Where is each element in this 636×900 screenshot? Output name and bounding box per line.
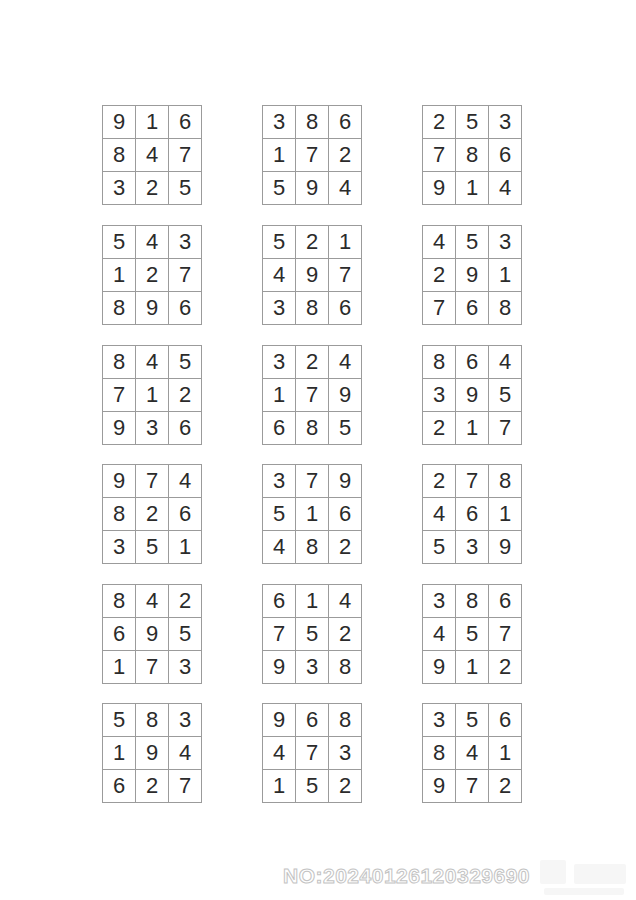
- grid-cell: 9: [136, 737, 168, 769]
- grid-cell: 7: [136, 651, 168, 683]
- grid-cell: 1: [329, 226, 361, 258]
- number-grid-10: 974826351: [102, 464, 202, 564]
- grid-cell: 5: [103, 226, 135, 258]
- number-grid-13: 842695173: [102, 584, 202, 684]
- grid-cell: 4: [136, 139, 168, 171]
- grid-cell: 2: [136, 770, 168, 802]
- grid-cell: 7: [263, 618, 295, 650]
- grid-cell: 3: [423, 379, 455, 411]
- grid-cell: 6: [329, 106, 361, 138]
- grid-cell: 5: [296, 770, 328, 802]
- serial-number: NO:20240126120329690: [283, 864, 530, 888]
- grid-cell: 1: [263, 139, 295, 171]
- grid-cell: 7: [169, 139, 201, 171]
- grid-cell: 5: [456, 226, 488, 258]
- grid-cell: 1: [456, 412, 488, 444]
- grid-cell: 7: [489, 412, 521, 444]
- grid-cell: 1: [489, 737, 521, 769]
- grid-cell: 3: [169, 651, 201, 683]
- grid-cell: 9: [103, 106, 135, 138]
- grid-cell: 6: [456, 292, 488, 324]
- number-grid-2: 386172594: [262, 105, 362, 205]
- number-grid-11: 379516482: [262, 464, 362, 564]
- grid-cell: 9: [263, 704, 295, 736]
- grid-cell: 3: [423, 704, 455, 736]
- grid-cell: 9: [263, 651, 295, 683]
- grid-cell: 7: [296, 379, 328, 411]
- grid-cell: 6: [103, 770, 135, 802]
- grid-cell: 2: [329, 770, 361, 802]
- grid-cell: 8: [329, 704, 361, 736]
- grid-cell: 5: [423, 531, 455, 563]
- grid-cell: 1: [136, 379, 168, 411]
- grid-cell: 9: [456, 259, 488, 291]
- grid-cell: 5: [263, 172, 295, 204]
- grid-cell: 2: [296, 346, 328, 378]
- grid-cell: 3: [263, 292, 295, 324]
- grid-cell: 4: [329, 585, 361, 617]
- watermark-glyph: [574, 864, 626, 884]
- watermark-glyph: [544, 888, 624, 895]
- grid-cell: 4: [136, 226, 168, 258]
- grid-cell: 1: [263, 379, 295, 411]
- grid-cell: 1: [169, 531, 201, 563]
- number-grid-4: 543127896: [102, 225, 202, 325]
- grid-cell: 6: [169, 106, 201, 138]
- grid-cell: 4: [329, 346, 361, 378]
- grid-cell: 6: [489, 585, 521, 617]
- number-grid-9: 864395217: [422, 345, 522, 445]
- number-grid-15: 386457912: [422, 584, 522, 684]
- grid-cell: 6: [489, 139, 521, 171]
- grid-cell: 9: [456, 379, 488, 411]
- grid-cell: 4: [263, 737, 295, 769]
- grid-cell: 7: [296, 139, 328, 171]
- number-grid-12: 278461539: [422, 464, 522, 564]
- grid-cell: 4: [329, 172, 361, 204]
- grid-cell: 3: [423, 585, 455, 617]
- grid-cell: 2: [329, 531, 361, 563]
- grid-cell: 9: [423, 770, 455, 802]
- number-grid-6: 453291768: [422, 225, 522, 325]
- grid-cell: 2: [489, 770, 521, 802]
- grid-cell: 1: [263, 770, 295, 802]
- grid-cell: 6: [169, 412, 201, 444]
- grid-cell: 3: [136, 412, 168, 444]
- grid-cell: 6: [296, 704, 328, 736]
- grid-cell: 7: [136, 465, 168, 497]
- grid-cell: 5: [329, 412, 361, 444]
- grid-cell: 9: [329, 465, 361, 497]
- grid-cell: 6: [329, 292, 361, 324]
- grid-cell: 7: [169, 770, 201, 802]
- grid-cell: 8: [456, 139, 488, 171]
- grid-cell: 4: [423, 226, 455, 258]
- grid-cell: 2: [423, 259, 455, 291]
- grid-cell: 4: [136, 585, 168, 617]
- grid-cell: 2: [423, 412, 455, 444]
- grid-cell: 1: [296, 585, 328, 617]
- grid-cell: 8: [423, 737, 455, 769]
- number-grid-1: 916847325: [102, 105, 202, 205]
- grid-cell: 5: [263, 226, 295, 258]
- grid-cell: 5: [456, 704, 488, 736]
- grid-cell: 8: [489, 292, 521, 324]
- grid-cell: 7: [456, 770, 488, 802]
- grid-cell: 7: [169, 259, 201, 291]
- grid-cell: 2: [489, 651, 521, 683]
- grid-cell: 1: [136, 106, 168, 138]
- grid-cell: 3: [263, 346, 295, 378]
- grid-cell: 7: [456, 465, 488, 497]
- grid-cell: 2: [136, 259, 168, 291]
- grid-cell: 5: [169, 172, 201, 204]
- grid-cell: 2: [169, 379, 201, 411]
- grid-cell: 9: [296, 172, 328, 204]
- grid-cell: 4: [423, 618, 455, 650]
- grid-cell: 9: [103, 465, 135, 497]
- grid-cell: 6: [263, 585, 295, 617]
- grid-cell: 9: [329, 379, 361, 411]
- grid-cell: 6: [329, 498, 361, 530]
- grid-cell: 8: [103, 498, 135, 530]
- number-grid-8: 324179685: [262, 345, 362, 445]
- grid-cell: 7: [423, 139, 455, 171]
- grid-cell: 8: [103, 139, 135, 171]
- grid-cell: 8: [489, 465, 521, 497]
- number-grid-16: 583194627: [102, 703, 202, 803]
- number-grid-18: 356841972: [422, 703, 522, 803]
- grid-cell: 2: [296, 226, 328, 258]
- grid-cell: 6: [169, 498, 201, 530]
- grid-cell: 2: [423, 465, 455, 497]
- grid-cell: 3: [263, 106, 295, 138]
- grid-cell: 5: [456, 106, 488, 138]
- grid-cell: 5: [103, 704, 135, 736]
- grid-cell: 6: [169, 292, 201, 324]
- grid-cell: 2: [329, 139, 361, 171]
- grid-cell: 6: [263, 412, 295, 444]
- grid-cell: 3: [169, 704, 201, 736]
- grid-cell: 5: [169, 618, 201, 650]
- grid-cell: 7: [103, 379, 135, 411]
- grid-cell: 3: [456, 531, 488, 563]
- grid-cell: 7: [296, 465, 328, 497]
- grid-cell: 9: [296, 259, 328, 291]
- grid-cell: 2: [169, 585, 201, 617]
- worksheet-page: 9168473253861725942537869145431278965214…: [0, 0, 636, 900]
- grid-cell: 4: [169, 737, 201, 769]
- grid-cell: 3: [489, 106, 521, 138]
- grid-cell: 8: [329, 651, 361, 683]
- grid-cell: 2: [329, 618, 361, 650]
- grid-cell: 1: [456, 172, 488, 204]
- grid-cell: 7: [489, 618, 521, 650]
- grid-cell: 4: [489, 172, 521, 204]
- grid-cell: 8: [103, 292, 135, 324]
- number-grid-17: 968473152: [262, 703, 362, 803]
- grid-cell: 8: [456, 585, 488, 617]
- grid-cell: 1: [103, 737, 135, 769]
- grid-cell: 2: [136, 498, 168, 530]
- watermark-glyph: [540, 860, 566, 884]
- grid-cell: 6: [103, 618, 135, 650]
- grid-cell: 8: [103, 346, 135, 378]
- grid-cell: 9: [103, 412, 135, 444]
- grid-cell: 4: [489, 346, 521, 378]
- grid-cell: 9: [423, 172, 455, 204]
- grid-cell: 6: [456, 498, 488, 530]
- grid-cell: 2: [423, 106, 455, 138]
- grid-cell: 9: [136, 618, 168, 650]
- grid-cell: 5: [456, 618, 488, 650]
- watermark: [540, 858, 632, 896]
- number-grid-14: 614752938: [262, 584, 362, 684]
- grid-cell: 9: [423, 651, 455, 683]
- grid-cell: 8: [103, 585, 135, 617]
- grid-cell: 8: [423, 346, 455, 378]
- grid-cell: 3: [169, 226, 201, 258]
- grid-cell: 7: [329, 259, 361, 291]
- grid-cell: 3: [263, 465, 295, 497]
- grid-cell: 6: [489, 704, 521, 736]
- grid-cell: 3: [103, 172, 135, 204]
- grid-cell: 5: [263, 498, 295, 530]
- grid-cell: 8: [136, 704, 168, 736]
- grid-cell: 3: [103, 531, 135, 563]
- grid-cell: 1: [456, 651, 488, 683]
- grid-cell: 5: [489, 379, 521, 411]
- grid-cell: 5: [136, 531, 168, 563]
- grid-cell: 8: [296, 412, 328, 444]
- grid-cell: 4: [263, 259, 295, 291]
- grid-cell: 5: [296, 618, 328, 650]
- grid-cell: 4: [136, 346, 168, 378]
- grid-cell: 3: [489, 226, 521, 258]
- grid-cell: 3: [296, 651, 328, 683]
- grid-cell: 1: [489, 259, 521, 291]
- grid-cell: 9: [136, 292, 168, 324]
- grid-cell: 4: [456, 737, 488, 769]
- number-grid-7: 845712936: [102, 345, 202, 445]
- grid-cell: 3: [329, 737, 361, 769]
- grid-cell: 1: [489, 498, 521, 530]
- grid-cell: 4: [423, 498, 455, 530]
- grid-cell: 4: [169, 465, 201, 497]
- number-grid-5: 521497386: [262, 225, 362, 325]
- grid-cell: 1: [103, 259, 135, 291]
- grid-cell: 1: [296, 498, 328, 530]
- number-grid-3: 253786914: [422, 105, 522, 205]
- grid-cell: 2: [136, 172, 168, 204]
- grid-cell: 1: [103, 651, 135, 683]
- grid-cell: 7: [296, 737, 328, 769]
- grid-cell: 7: [423, 292, 455, 324]
- grid-cell: 4: [263, 531, 295, 563]
- grid-cell: 8: [296, 531, 328, 563]
- grid-cell: 6: [456, 346, 488, 378]
- grid-cell: 8: [296, 292, 328, 324]
- grid-cell: 8: [296, 106, 328, 138]
- grid-cell: 9: [489, 531, 521, 563]
- grid-cell: 5: [169, 346, 201, 378]
